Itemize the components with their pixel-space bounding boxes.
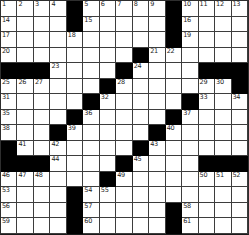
clue-number: 59 [2, 218, 10, 225]
grid-cell[interactable] [100, 32, 116, 48]
grid-cell[interactable]: 53 [1, 187, 17, 203]
grid-cell[interactable]: 37 [182, 110, 198, 126]
grid-cell[interactable]: 10 [182, 1, 198, 17]
grid-cell[interactable] [100, 141, 116, 157]
grid-cell[interactable]: 38 [1, 125, 17, 141]
grid-cell[interactable] [215, 203, 231, 219]
grid-cell[interactable] [182, 141, 198, 157]
black-cell [50, 125, 66, 141]
black-cell [166, 110, 182, 126]
grid-cell[interactable]: 49 [116, 172, 132, 188]
clue-number: 30 [216, 79, 224, 86]
grid-cell[interactable]: 14 [1, 17, 17, 33]
grid-cell[interactable]: 31 [1, 94, 17, 110]
grid-cell[interactable]: 1 [1, 1, 17, 17]
grid-cell[interactable] [232, 125, 248, 141]
grid-cell[interactable]: 46 [1, 172, 17, 188]
grid-cell[interactable]: 9 [149, 1, 165, 17]
grid-cell[interactable]: 8 [133, 1, 149, 17]
grid-cell[interactable] [215, 187, 231, 203]
clue-number: 34 [233, 94, 241, 101]
clue-number: 42 [51, 141, 59, 148]
clue-number: 52 [233, 172, 241, 179]
grid-cell[interactable]: 33 [199, 94, 215, 110]
clue-number: 16 [183, 17, 191, 24]
grid-cell[interactable] [100, 203, 116, 219]
grid-cell[interactable]: 36 [83, 110, 99, 126]
clue-number: 23 [51, 63, 59, 70]
grid-cell[interactable] [116, 218, 132, 234]
clue-number: 35 [2, 110, 10, 117]
grid-cell[interactable] [215, 141, 231, 157]
clue-number: 2 [18, 1, 22, 8]
grid-cell[interactable]: 45 [133, 156, 149, 172]
grid-cell[interactable] [67, 141, 83, 157]
grid-cell[interactable] [149, 17, 165, 33]
grid-cell[interactable] [199, 48, 215, 64]
black-cell [232, 63, 248, 79]
black-cell [166, 32, 182, 48]
grid-cell[interactable] [133, 79, 149, 95]
grid-cell[interactable] [133, 172, 149, 188]
grid-cell[interactable] [182, 156, 198, 172]
grid-cell[interactable] [17, 125, 33, 141]
clue-number: 3 [35, 1, 39, 8]
grid-cell[interactable]: 27 [34, 79, 50, 95]
black-cell [17, 63, 33, 79]
grid-cell[interactable] [232, 110, 248, 126]
grid-cell[interactable]: 21 [149, 48, 165, 64]
grid-cell[interactable] [100, 110, 116, 126]
grid-cell[interactable]: 51 [215, 172, 231, 188]
grid-cell[interactable]: 13 [232, 1, 248, 17]
grid-cell[interactable]: 42 [50, 141, 66, 157]
grid-cell[interactable]: 55 [100, 187, 116, 203]
grid-cell[interactable] [50, 172, 66, 188]
clue-number: 56 [2, 203, 10, 210]
black-cell [67, 17, 83, 33]
grid-cell[interactable]: 52 [232, 172, 248, 188]
black-cell [100, 79, 116, 95]
grid-cell[interactable]: 39 [67, 125, 83, 141]
grid-cell[interactable] [34, 141, 50, 157]
grid-cell[interactable] [199, 187, 215, 203]
grid-cell[interactable]: 35 [1, 110, 17, 126]
grid-cell[interactable] [34, 125, 50, 141]
grid-cell[interactable] [116, 17, 132, 33]
clue-number: 4 [51, 1, 55, 8]
grid-cell[interactable] [50, 203, 66, 219]
grid-cell[interactable] [17, 110, 33, 126]
grid-cell[interactable] [232, 17, 248, 33]
grid-cell[interactable]: 59 [1, 218, 17, 234]
clue-number: 51 [216, 172, 224, 179]
clue-number: 55 [101, 187, 109, 194]
clue-number: 45 [134, 156, 142, 163]
grid-cell[interactable] [67, 172, 83, 188]
clue-number: 37 [183, 110, 191, 117]
black-cell [182, 94, 198, 110]
grid-cell[interactable] [182, 187, 198, 203]
grid-cell[interactable] [50, 32, 66, 48]
grid-cell[interactable] [182, 172, 198, 188]
grid-cell[interactable] [83, 125, 99, 141]
grid-cell[interactable] [149, 32, 165, 48]
clue-number: 22 [167, 48, 175, 55]
grid-cell[interactable] [67, 48, 83, 64]
grid-cell[interactable] [17, 203, 33, 219]
clue-number: 15 [84, 17, 92, 24]
grid-cell[interactable] [166, 94, 182, 110]
clue-number: 21 [150, 48, 158, 55]
grid-cell[interactable]: 57 [83, 203, 99, 219]
black-cell [215, 156, 231, 172]
grid-cell[interactable] [116, 203, 132, 219]
clue-number: 24 [134, 63, 142, 70]
grid-cell[interactable] [34, 203, 50, 219]
grid-cell[interactable] [83, 32, 99, 48]
grid-cell[interactable]: 58 [182, 203, 198, 219]
clue-number: 19 [183, 32, 191, 39]
grid-cell[interactable] [199, 125, 215, 141]
grid-cell[interactable] [166, 187, 182, 203]
grid-cell[interactable] [50, 17, 66, 33]
grid-cell[interactable] [83, 141, 99, 157]
clue-number: 13 [233, 1, 241, 8]
black-cell [67, 203, 83, 219]
clue-number: 61 [183, 218, 191, 225]
clue-number: 49 [117, 172, 125, 179]
grid-cell[interactable] [182, 63, 198, 79]
grid-cell[interactable]: 44 [50, 156, 66, 172]
clue-number: 11 [200, 1, 208, 8]
grid-cell[interactable] [182, 48, 198, 64]
grid-cell[interactable] [83, 79, 99, 95]
grid-cell[interactable] [232, 32, 248, 48]
grid-cell[interactable] [50, 79, 66, 95]
grid-cell[interactable] [100, 63, 116, 79]
black-cell [1, 156, 17, 172]
black-cell [83, 94, 99, 110]
clue-number: 46 [2, 172, 10, 179]
grid-cell[interactable] [149, 187, 165, 203]
grid-cell[interactable] [67, 156, 83, 172]
grid-cell[interactable]: 32 [100, 94, 116, 110]
grid-cell[interactable]: 26 [17, 79, 33, 95]
grid-cell[interactable]: 60 [83, 218, 99, 234]
grid-cell[interactable] [166, 172, 182, 188]
grid-cell[interactable] [34, 94, 50, 110]
grid-cell[interactable] [50, 110, 66, 126]
grid-cell[interactable] [215, 32, 231, 48]
clue-number: 54 [84, 187, 92, 194]
grid-cell[interactable] [166, 79, 182, 95]
grid-cell[interactable] [199, 32, 215, 48]
black-cell [34, 63, 50, 79]
grid-cell[interactable] [149, 63, 165, 79]
grid-cell[interactable] [116, 110, 132, 126]
black-cell [133, 141, 149, 157]
black-cell [215, 63, 231, 79]
grid-cell[interactable] [149, 218, 165, 234]
black-cell [34, 156, 50, 172]
black-cell [199, 63, 215, 79]
grid-cell[interactable] [199, 17, 215, 33]
clue-number: 29 [200, 79, 208, 86]
black-cell [116, 156, 132, 172]
grid-cell[interactable] [83, 48, 99, 64]
grid-cell[interactable]: 48 [34, 172, 50, 188]
grid-cell[interactable] [199, 203, 215, 219]
grid-cell[interactable] [34, 218, 50, 234]
grid-cell[interactable] [100, 218, 116, 234]
black-cell [116, 63, 132, 79]
clue-number: 44 [51, 156, 59, 163]
grid-cell[interactable]: 17 [1, 32, 17, 48]
grid-cell[interactable] [232, 48, 248, 64]
clue-number: 53 [2, 187, 10, 194]
clue-number: 43 [150, 141, 158, 148]
grid-cell[interactable]: 4 [50, 1, 66, 17]
grid-cell[interactable] [67, 63, 83, 79]
grid-cell[interactable] [17, 48, 33, 64]
grid-cell[interactable] [17, 17, 33, 33]
grid-cell[interactable] [133, 32, 149, 48]
grid-cell[interactable] [83, 156, 99, 172]
grid-cell[interactable] [116, 32, 132, 48]
grid-cell[interactable] [116, 94, 132, 110]
grid-cell[interactable]: 47 [17, 172, 33, 188]
grid-cell[interactable]: 2 [17, 1, 33, 17]
grid-cell[interactable] [100, 48, 116, 64]
clue-number: 12 [216, 1, 224, 8]
grid-cell[interactable] [67, 79, 83, 95]
grid-cell[interactable]: 22 [166, 48, 182, 64]
black-cell [17, 156, 33, 172]
grid-cell[interactable] [83, 172, 99, 188]
grid-cell[interactable] [199, 110, 215, 126]
clue-number: 38 [2, 125, 10, 132]
grid-cell[interactable] [133, 94, 149, 110]
clue-number: 27 [35, 79, 43, 86]
grid-cell[interactable] [149, 203, 165, 219]
grid-cell[interactable] [232, 218, 248, 234]
grid-cell[interactable]: 24 [133, 63, 149, 79]
clue-number: 9 [150, 1, 154, 8]
grid-cell[interactable] [133, 218, 149, 234]
grid-cell[interactable]: 7 [116, 1, 132, 17]
grid-cell[interactable]: 43 [149, 141, 165, 157]
grid-cell[interactable]: 12 [215, 1, 231, 17]
clue-number: 10 [183, 1, 191, 8]
grid-cell[interactable] [133, 187, 149, 203]
grid-cell[interactable] [232, 141, 248, 157]
black-cell [1, 141, 17, 157]
clue-number: 48 [35, 172, 43, 179]
grid-cell[interactable] [133, 203, 149, 219]
black-cell [133, 48, 149, 64]
grid-cell[interactable] [50, 48, 66, 64]
grid-cell[interactable] [215, 94, 231, 110]
grid-cell[interactable]: 56 [1, 203, 17, 219]
grid-cell[interactable] [232, 187, 248, 203]
grid-cell[interactable] [50, 94, 66, 110]
black-cell [67, 218, 83, 234]
grid-cell[interactable] [17, 218, 33, 234]
grid-cell[interactable] [199, 218, 215, 234]
black-cell [166, 17, 182, 33]
grid-cell[interactable]: 6 [100, 1, 116, 17]
grid-cell[interactable]: 18 [67, 32, 83, 48]
clue-number: 58 [183, 203, 191, 210]
grid-cell[interactable]: 19 [182, 32, 198, 48]
grid-cell[interactable] [149, 94, 165, 110]
grid-cell[interactable] [215, 218, 231, 234]
black-cell [232, 156, 248, 172]
black-cell [232, 79, 248, 95]
clue-number: 47 [18, 172, 26, 179]
grid-cell[interactable]: 28 [116, 79, 132, 95]
clue-number: 1 [2, 1, 6, 8]
grid-cell[interactable] [17, 94, 33, 110]
grid-cell[interactable] [116, 141, 132, 157]
clue-number: 6 [101, 1, 105, 8]
black-cell [67, 110, 83, 126]
grid-cell[interactable]: 11 [199, 1, 215, 17]
grid-cell[interactable]: 61 [182, 218, 198, 234]
clue-number: 57 [84, 203, 92, 210]
clue-number: 33 [200, 94, 208, 101]
black-cell [166, 203, 182, 219]
grid-cell[interactable] [149, 110, 165, 126]
grid-cell[interactable]: 54 [83, 187, 99, 203]
grid-cell[interactable] [17, 187, 33, 203]
black-cell [166, 1, 182, 17]
grid-cell[interactable] [34, 187, 50, 203]
crossword-board: 1234567891011121314151617181920212223242… [0, 0, 249, 235]
grid-cell[interactable] [116, 125, 132, 141]
clue-number: 28 [117, 79, 125, 86]
clue-number: 36 [84, 110, 92, 117]
grid-cell[interactable] [199, 141, 215, 157]
black-cell [1, 63, 17, 79]
clue-number: 32 [101, 94, 109, 101]
clue-number: 50 [200, 172, 208, 179]
grid-cell[interactable] [166, 63, 182, 79]
grid-cell[interactable] [50, 187, 66, 203]
black-cell [149, 125, 165, 141]
grid-cell[interactable] [133, 110, 149, 126]
clue-number: 40 [167, 125, 175, 132]
clue-number: 20 [2, 48, 10, 55]
clue-number: 5 [84, 1, 88, 8]
clue-number: 41 [18, 141, 26, 148]
grid-cell[interactable] [34, 48, 50, 64]
grid-cell[interactable] [100, 156, 116, 172]
grid-cell[interactable] [166, 141, 182, 157]
grid-cell[interactable] [215, 48, 231, 64]
grid-cell[interactable] [232, 203, 248, 219]
grid-cell[interactable]: 3 [34, 1, 50, 17]
grid-cell[interactable]: 23 [50, 63, 66, 79]
grid-cell[interactable]: 34 [232, 94, 248, 110]
grid-cell[interactable] [34, 17, 50, 33]
black-cell [67, 187, 83, 203]
grid-cell[interactable] [215, 17, 231, 33]
grid-cell[interactable] [133, 125, 149, 141]
grid-cell[interactable] [100, 17, 116, 33]
grid-cell[interactable] [166, 156, 182, 172]
clue-number: 25 [2, 79, 10, 86]
grid-cell[interactable] [116, 187, 132, 203]
grid-cell[interactable]: 16 [182, 17, 198, 33]
black-cell [100, 172, 116, 188]
grid-cell[interactable]: 30 [215, 79, 231, 95]
grid-cell[interactable]: 41 [17, 141, 33, 157]
grid-cell[interactable]: 29 [199, 79, 215, 95]
grid-cell[interactable] [149, 172, 165, 188]
grid-cell[interactable] [116, 48, 132, 64]
grid-cell[interactable] [182, 125, 198, 141]
clue-number: 17 [2, 32, 10, 39]
clue-number: 18 [68, 32, 76, 39]
grid-cell[interactable] [17, 32, 33, 48]
grid-cell[interactable] [182, 79, 198, 95]
grid-cell[interactable]: 25 [1, 79, 17, 95]
grid-cell[interactable]: 15 [83, 17, 99, 33]
grid-cell[interactable] [215, 125, 231, 141]
black-cell [67, 1, 83, 17]
clue-number: 60 [84, 218, 92, 225]
grid-cell[interactable] [83, 63, 99, 79]
grid-cell[interactable] [50, 218, 66, 234]
grid-cell[interactable] [34, 110, 50, 126]
grid-cell[interactable] [149, 156, 165, 172]
clue-number: 7 [117, 1, 121, 8]
black-cell [166, 218, 182, 234]
grid-cell[interactable]: 40 [166, 125, 182, 141]
clue-number: 14 [2, 17, 10, 24]
crossword-grid: 1234567891011121314151617181920212223242… [0, 0, 249, 235]
grid-cell[interactable] [67, 94, 83, 110]
grid-cell[interactable] [215, 110, 231, 126]
clue-number: 8 [134, 1, 138, 8]
grid-cell[interactable] [149, 79, 165, 95]
grid-cell[interactable] [133, 17, 149, 33]
black-cell [199, 156, 215, 172]
clue-number: 39 [68, 125, 76, 132]
clue-number: 31 [2, 94, 10, 101]
clue-number: 26 [18, 79, 26, 86]
grid-cell[interactable]: 20 [1, 48, 17, 64]
grid-cell[interactable]: 5 [83, 1, 99, 17]
grid-cell[interactable] [100, 125, 116, 141]
grid-cell[interactable] [34, 32, 50, 48]
grid-cell[interactable]: 50 [199, 172, 215, 188]
